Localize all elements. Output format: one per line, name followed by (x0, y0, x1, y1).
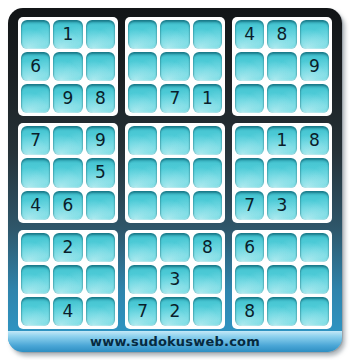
cell-r7c4[interactable] (128, 233, 157, 262)
cell-r7c7[interactable]: 6 (235, 233, 264, 262)
cell-r3c6[interactable]: 1 (193, 84, 222, 113)
cell-r4c5[interactable] (160, 126, 189, 155)
cell-r4c7[interactable] (235, 126, 264, 155)
cell-r7c3[interactable] (86, 233, 115, 262)
cell-r2c4[interactable] (128, 52, 157, 81)
cell-r7c5[interactable] (160, 233, 189, 262)
cell-r1c2[interactable]: 1 (53, 20, 82, 49)
cell-r6c8[interactable]: 3 (267, 191, 296, 220)
cell-r7c1[interactable] (21, 233, 50, 262)
cell-r3c9[interactable] (300, 84, 329, 113)
cell-r8c9[interactable] (300, 265, 329, 294)
box-r2c2 (125, 123, 225, 222)
cell-r5c8[interactable] (267, 158, 296, 187)
cell-r3c4[interactable] (128, 84, 157, 113)
box-r3c2: 8372 (125, 230, 225, 329)
cell-r1c9[interactable] (300, 20, 329, 49)
cell-r7c8[interactable] (267, 233, 296, 262)
cell-r5c3[interactable]: 5 (86, 158, 115, 187)
cell-r8c3[interactable] (86, 265, 115, 294)
box-r2c1: 79546 (18, 123, 118, 222)
cell-r3c1[interactable] (21, 84, 50, 113)
sudoku-puzzle-frame: 16987148979546187324837268 www.sudokuswe… (8, 8, 342, 352)
cell-r1c7[interactable]: 4 (235, 20, 264, 49)
cell-r8c6[interactable] (193, 265, 222, 294)
cell-r9c7[interactable]: 8 (235, 297, 264, 326)
cell-r2c7[interactable] (235, 52, 264, 81)
cell-r8c7[interactable] (235, 265, 264, 294)
cell-r4c4[interactable] (128, 126, 157, 155)
cell-r6c1[interactable]: 4 (21, 191, 50, 220)
cell-r4c9[interactable]: 8 (300, 126, 329, 155)
sudoku-page: 16987148979546187324837268 www.sudokuswe… (0, 0, 350, 360)
cell-r5c2[interactable] (53, 158, 82, 187)
cell-r9c2[interactable]: 4 (53, 297, 82, 326)
cell-r1c4[interactable] (128, 20, 157, 49)
cell-r4c2[interactable] (53, 126, 82, 155)
cell-r7c2[interactable]: 2 (53, 233, 82, 262)
cell-r7c6[interactable]: 8 (193, 233, 222, 262)
cell-r4c6[interactable] (193, 126, 222, 155)
cell-r2c2[interactable] (53, 52, 82, 81)
sudoku-board: 16987148979546187324837268 (18, 17, 332, 329)
cell-r9c1[interactable] (21, 297, 50, 326)
cell-r8c5[interactable]: 3 (160, 265, 189, 294)
cell-r9c9[interactable] (300, 297, 329, 326)
cell-r2c5[interactable] (160, 52, 189, 81)
box-r3c3: 68 (232, 230, 332, 329)
box-r1c1: 1698 (18, 17, 118, 116)
cell-r9c8[interactable] (267, 297, 296, 326)
cell-r1c5[interactable] (160, 20, 189, 49)
cell-r4c1[interactable]: 7 (21, 126, 50, 155)
cell-r6c9[interactable] (300, 191, 329, 220)
cell-r6c3[interactable] (86, 191, 115, 220)
box-r2c3: 1873 (232, 123, 332, 222)
cell-r5c9[interactable] (300, 158, 329, 187)
cell-r2c6[interactable] (193, 52, 222, 81)
cell-r8c1[interactable] (21, 265, 50, 294)
box-r1c3: 489 (232, 17, 332, 116)
cell-r5c6[interactable] (193, 158, 222, 187)
cell-r4c3[interactable]: 9 (86, 126, 115, 155)
cell-r1c1[interactable] (21, 20, 50, 49)
site-url-label: www.sudokusweb.com (90, 334, 260, 349)
cell-r6c4[interactable] (128, 191, 157, 220)
cell-r1c6[interactable] (193, 20, 222, 49)
cell-r3c3[interactable]: 8 (86, 84, 115, 113)
box-r1c2: 71 (125, 17, 225, 116)
cell-r1c8[interactable]: 8 (267, 20, 296, 49)
box-r3c1: 24 (18, 230, 118, 329)
cell-r3c7[interactable] (235, 84, 264, 113)
cell-r5c7[interactable] (235, 158, 264, 187)
cell-r3c5[interactable]: 7 (160, 84, 189, 113)
cell-r4c8[interactable]: 1 (267, 126, 296, 155)
cell-r6c5[interactable] (160, 191, 189, 220)
cell-r5c4[interactable] (128, 158, 157, 187)
cell-r5c5[interactable] (160, 158, 189, 187)
cell-r3c2[interactable]: 9 (53, 84, 82, 113)
cell-r8c4[interactable] (128, 265, 157, 294)
footer-bar: www.sudokusweb.com (8, 331, 342, 352)
cell-r2c1[interactable]: 6 (21, 52, 50, 81)
cell-r8c8[interactable] (267, 265, 296, 294)
cell-r2c9[interactable]: 9 (300, 52, 329, 81)
cell-r8c2[interactable] (53, 265, 82, 294)
cell-r2c3[interactable] (86, 52, 115, 81)
cell-r5c1[interactable] (21, 158, 50, 187)
cell-r1c3[interactable] (86, 20, 115, 49)
cell-r9c6[interactable] (193, 297, 222, 326)
cell-r2c8[interactable] (267, 52, 296, 81)
cell-r7c9[interactable] (300, 233, 329, 262)
cell-r6c2[interactable]: 6 (53, 191, 82, 220)
cell-r3c8[interactable] (267, 84, 296, 113)
cell-r6c6[interactable] (193, 191, 222, 220)
cell-r9c4[interactable]: 7 (128, 297, 157, 326)
cell-r6c7[interactable]: 7 (235, 191, 264, 220)
cell-r9c3[interactable] (86, 297, 115, 326)
cell-r9c5[interactable]: 2 (160, 297, 189, 326)
